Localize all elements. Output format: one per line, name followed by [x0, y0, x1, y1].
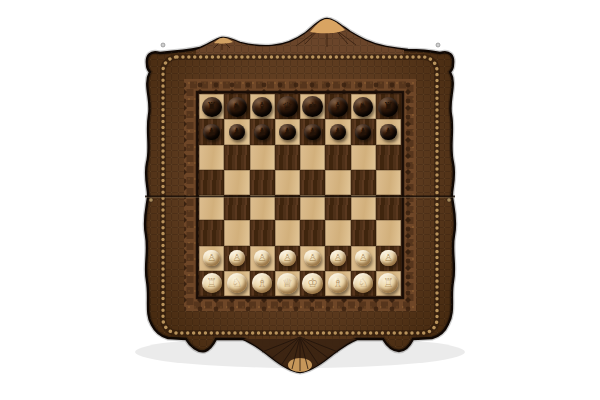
- square-a1[interactable]: ♖: [199, 271, 224, 296]
- square-e1[interactable]: ♔: [300, 271, 325, 296]
- piece-black-king[interactable]: ♚: [302, 96, 324, 118]
- square-c6[interactable]: [250, 145, 275, 170]
- square-a6[interactable]: [199, 145, 224, 170]
- piece-black-pawn[interactable]: ♟: [304, 124, 321, 141]
- square-d7[interactable]: ♟: [275, 119, 300, 144]
- square-c2[interactable]: ♙: [250, 246, 275, 271]
- square-a8[interactable]: ♜: [199, 94, 224, 119]
- square-e7[interactable]: ♟: [300, 119, 325, 144]
- piece-black-pawn[interactable]: ♟: [380, 124, 397, 141]
- square-b8[interactable]: ♞: [224, 94, 249, 119]
- square-b4[interactable]: [224, 195, 249, 220]
- piece-white-knight[interactable]: ♘: [353, 273, 373, 293]
- square-a7[interactable]: ♟: [199, 119, 224, 144]
- square-h8[interactable]: ♜: [376, 94, 401, 119]
- photo-backdrop: ♜♞♝♛♚♝♞♜♟♟♟♟♟♟♟♟♙♙♙♙♙♙♙♙♖♘♗♕♔♗♘♖: [0, 0, 600, 400]
- piece-white-pawn[interactable]: ♙: [355, 250, 372, 267]
- square-e2[interactable]: ♙: [300, 246, 325, 271]
- piece-white-pawn[interactable]: ♙: [203, 250, 220, 267]
- square-d6[interactable]: [275, 145, 300, 170]
- square-c7[interactable]: ♟: [250, 119, 275, 144]
- piece-white-pawn[interactable]: ♙: [229, 250, 246, 267]
- hinge-pin-right: [436, 43, 440, 47]
- piece-white-pawn[interactable]: ♙: [254, 250, 271, 267]
- square-b6[interactable]: [224, 145, 249, 170]
- piece-white-rook[interactable]: ♖: [202, 273, 222, 293]
- piece-black-pawn[interactable]: ♟: [279, 124, 296, 141]
- square-a5[interactable]: [199, 170, 224, 195]
- square-g2[interactable]: ♙: [351, 246, 376, 271]
- piece-black-knight[interactable]: ♞: [227, 97, 247, 117]
- square-g4[interactable]: [351, 195, 376, 220]
- square-f5[interactable]: [325, 170, 350, 195]
- square-d3[interactable]: [275, 220, 300, 245]
- piece-black-bishop[interactable]: ♝: [328, 97, 348, 117]
- piece-white-king[interactable]: ♔: [302, 273, 324, 295]
- square-f2[interactable]: ♙: [325, 246, 350, 271]
- piece-black-rook[interactable]: ♜: [202, 97, 222, 117]
- piece-black-pawn[interactable]: ♟: [254, 124, 271, 141]
- square-b1[interactable]: ♘: [224, 271, 249, 296]
- square-b2[interactable]: ♙: [224, 246, 249, 271]
- piece-white-pawn[interactable]: ♙: [380, 250, 397, 267]
- square-f4[interactable]: [325, 195, 350, 220]
- square-e6[interactable]: [300, 145, 325, 170]
- square-c3[interactable]: [250, 220, 275, 245]
- square-h5[interactable]: [376, 170, 401, 195]
- square-a4[interactable]: [199, 195, 224, 220]
- fold-seam: [145, 195, 455, 198]
- piece-white-rook[interactable]: ♖: [378, 273, 398, 293]
- snow-cap-large: [310, 19, 345, 33]
- hinge-pin-left: [161, 43, 165, 47]
- piece-white-bishop[interactable]: ♗: [252, 273, 272, 293]
- piece-white-knight[interactable]: ♘: [227, 273, 247, 293]
- square-a2[interactable]: ♙: [199, 246, 224, 271]
- piece-black-bishop[interactable]: ♝: [252, 97, 272, 117]
- square-b7[interactable]: ♟: [224, 119, 249, 144]
- square-c1[interactable]: ♗: [250, 271, 275, 296]
- square-d8[interactable]: ♛: [275, 94, 300, 119]
- square-g6[interactable]: [351, 145, 376, 170]
- square-d5[interactable]: [275, 170, 300, 195]
- square-b5[interactable]: [224, 170, 249, 195]
- square-c4[interactable]: [250, 195, 275, 220]
- square-c8[interactable]: ♝: [250, 94, 275, 119]
- seam-knob-left: [149, 198, 153, 202]
- square-h2[interactable]: ♙: [376, 246, 401, 271]
- square-f8[interactable]: ♝: [325, 94, 350, 119]
- square-f7[interactable]: ♟: [325, 119, 350, 144]
- square-e3[interactable]: [300, 220, 325, 245]
- piece-black-pawn[interactable]: ♟: [355, 124, 372, 141]
- square-h1[interactable]: ♖: [376, 271, 401, 296]
- square-h7[interactable]: ♟: [376, 119, 401, 144]
- piece-white-queen[interactable]: ♕: [277, 273, 299, 295]
- piece-black-queen[interactable]: ♛: [277, 96, 299, 118]
- piece-white-pawn[interactable]: ♙: [330, 250, 347, 267]
- square-d1[interactable]: ♕: [275, 271, 300, 296]
- square-g3[interactable]: [351, 220, 376, 245]
- square-g5[interactable]: [351, 170, 376, 195]
- square-h4[interactable]: [376, 195, 401, 220]
- square-h3[interactable]: [376, 220, 401, 245]
- piece-black-pawn[interactable]: ♟: [203, 124, 220, 141]
- piece-white-pawn[interactable]: ♙: [304, 250, 321, 267]
- square-f6[interactable]: [325, 145, 350, 170]
- square-b3[interactable]: [224, 220, 249, 245]
- square-h6[interactable]: [376, 145, 401, 170]
- square-d2[interactable]: ♙: [275, 246, 300, 271]
- square-a3[interactable]: [199, 220, 224, 245]
- piece-black-pawn[interactable]: ♟: [229, 124, 246, 141]
- piece-white-pawn[interactable]: ♙: [279, 250, 296, 267]
- square-f1[interactable]: ♗: [325, 271, 350, 296]
- piece-black-rook[interactable]: ♜: [378, 97, 398, 117]
- square-c5[interactable]: [250, 170, 275, 195]
- square-g7[interactable]: ♟: [351, 119, 376, 144]
- piece-white-bishop[interactable]: ♗: [328, 273, 348, 293]
- piece-black-pawn[interactable]: ♟: [330, 124, 347, 141]
- square-e8[interactable]: ♚: [300, 94, 325, 119]
- seam-knob-right: [447, 198, 451, 202]
- square-g1[interactable]: ♘: [351, 271, 376, 296]
- square-f3[interactable]: [325, 220, 350, 245]
- square-e5[interactable]: [300, 170, 325, 195]
- square-g8[interactable]: ♞: [351, 94, 376, 119]
- square-e4[interactable]: [300, 195, 325, 220]
- piece-black-knight[interactable]: ♞: [353, 97, 373, 117]
- square-d4[interactable]: [275, 195, 300, 220]
